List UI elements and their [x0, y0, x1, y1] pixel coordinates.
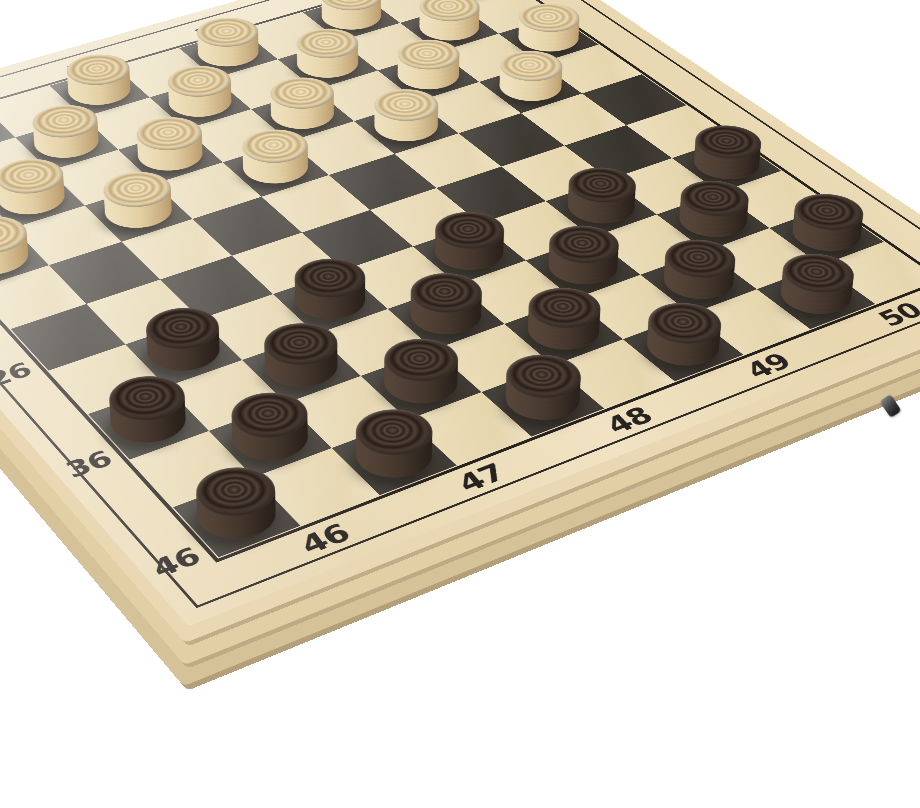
- board-scene: 616263646464748495012345: [0, 0, 920, 627]
- photo-canvas: 616263646464748495012345: [0, 0, 920, 808]
